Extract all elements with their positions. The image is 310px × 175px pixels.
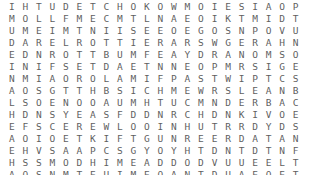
grid-cell[interactable]: I <box>127 85 141 97</box>
grid-cell[interactable]: A <box>5 85 19 97</box>
grid-cell[interactable]: R <box>208 49 222 61</box>
grid-cell[interactable]: O <box>32 97 46 109</box>
grid-cell[interactable]: S <box>221 25 235 37</box>
grid-cell[interactable]: O <box>289 49 303 61</box>
grid-cell[interactable]: E <box>289 109 303 121</box>
grid-cell[interactable]: R <box>73 37 87 49</box>
grid-cell[interactable]: E <box>181 13 195 25</box>
grid-cell[interactable]: T <box>127 13 141 25</box>
grid-cell[interactable]: T <box>86 61 100 73</box>
grid-cell[interactable]: D <box>167 157 181 169</box>
grid-cell[interactable]: I <box>113 25 127 37</box>
grid-cell[interactable]: N <box>235 25 249 37</box>
grid-cell[interactable]: O <box>19 169 33 175</box>
grid-cell[interactable]: O <box>208 25 222 37</box>
grid-cell[interactable]: N <box>5 73 19 85</box>
grid-cell[interactable]: N <box>32 109 46 121</box>
grid-cell[interactable]: T <box>32 1 46 13</box>
grid-cell[interactable]: R <box>248 37 262 49</box>
grid-cell[interactable]: E <box>73 109 87 121</box>
grid-cell[interactable]: E <box>181 85 195 97</box>
grid-cell[interactable]: S <box>32 157 46 169</box>
grid-cell[interactable]: W <box>100 121 114 133</box>
grid-cell[interactable]: N <box>86 25 100 37</box>
grid-cell[interactable]: E <box>32 25 46 37</box>
grid-cell[interactable]: O <box>194 13 208 25</box>
grid-cell[interactable]: G <box>140 133 154 145</box>
grid-cell[interactable]: T <box>113 37 127 49</box>
grid-cell[interactable]: D <box>208 145 222 157</box>
grid-cell[interactable]: H <box>113 1 127 13</box>
grid-cell[interactable]: E <box>5 121 19 133</box>
grid-cell[interactable]: O <box>59 73 73 85</box>
grid-cell[interactable]: O <box>140 121 154 133</box>
grid-cell[interactable]: G <box>194 25 208 37</box>
grid-cell[interactable]: A <box>262 37 276 49</box>
grid-cell[interactable]: N <box>32 49 46 61</box>
grid-cell[interactable]: G <box>46 85 60 97</box>
grid-cell[interactable]: D <box>140 109 154 121</box>
grid-cell[interactable]: T <box>289 169 303 175</box>
grid-cell[interactable]: N <box>289 133 303 145</box>
grid-cell[interactable]: T <box>73 85 87 97</box>
grid-cell[interactable]: P <box>248 25 262 37</box>
grid-cell[interactable]: R <box>154 37 168 49</box>
grid-cell[interactable]: A <box>140 157 154 169</box>
grid-cell[interactable]: F <box>154 73 168 85</box>
grid-cell[interactable]: N <box>221 109 235 121</box>
grid-cell[interactable]: G <box>127 145 141 157</box>
grid-cell[interactable]: H <box>5 157 19 169</box>
grid-cell[interactable]: E <box>248 85 262 97</box>
grid-cell[interactable]: E <box>140 37 154 49</box>
grid-cell[interactable]: D <box>5 37 19 49</box>
grid-cell[interactable]: T <box>73 49 87 61</box>
grid-cell[interactable]: E <box>140 169 154 175</box>
grid-cell[interactable]: U <box>221 157 235 169</box>
grid-cell[interactable]: Y <box>181 49 195 61</box>
grid-cell[interactable]: F <box>113 109 127 121</box>
grid-cell[interactable]: P <box>248 73 262 85</box>
grid-cell[interactable]: T <box>86 49 100 61</box>
grid-cell[interactable]: L <box>100 73 114 85</box>
grid-cell[interactable]: E <box>248 157 262 169</box>
grid-cell[interactable]: M <box>248 13 262 25</box>
grid-cell[interactable]: T <box>289 157 303 169</box>
grid-cell[interactable]: T <box>59 85 73 97</box>
grid-cell[interactable]: B <box>100 49 114 61</box>
grid-cell[interactable]: A <box>248 133 262 145</box>
grid-cell[interactable]: E <box>73 61 87 73</box>
grid-cell[interactable]: A <box>167 169 181 175</box>
grid-cell[interactable]: V <box>275 25 289 37</box>
grid-cell[interactable]: T <box>86 1 100 13</box>
grid-cell[interactable]: I <box>5 1 19 13</box>
grid-cell[interactable]: D <box>248 121 262 133</box>
grid-cell[interactable]: E <box>140 25 154 37</box>
grid-cell[interactable]: E <box>181 61 195 73</box>
grid-cell[interactable]: C <box>181 97 195 109</box>
grid-cell[interactable]: N <box>235 49 249 61</box>
grid-cell[interactable]: E <box>262 157 276 169</box>
grid-cell[interactable]: W <box>167 1 181 13</box>
grid-cell[interactable]: I <box>262 13 276 25</box>
grid-cell[interactable]: N <box>275 85 289 97</box>
grid-cell[interactable]: H <box>19 1 33 13</box>
grid-cell[interactable]: F <box>140 49 154 61</box>
grid-cell[interactable]: D <box>194 49 208 61</box>
grid-cell[interactable]: S <box>275 49 289 61</box>
grid-cell[interactable]: A <box>59 145 73 157</box>
grid-cell[interactable]: K <box>235 109 249 121</box>
grid-cell[interactable]: L <box>113 121 127 133</box>
grid-cell[interactable]: O <box>194 1 208 13</box>
grid-cell[interactable]: O <box>154 1 168 13</box>
grid-cell[interactable]: U <box>194 121 208 133</box>
grid-cell[interactable]: N <box>154 109 168 121</box>
grid-cell[interactable]: R <box>73 121 87 133</box>
grid-cell[interactable]: T <box>235 145 249 157</box>
grid-cell[interactable]: N <box>208 97 222 109</box>
grid-cell[interactable]: D <box>208 169 222 175</box>
grid-cell[interactable]: C <box>181 109 195 121</box>
grid-cell[interactable]: Y <box>167 145 181 157</box>
grid-cell[interactable]: D <box>127 109 141 121</box>
grid-cell[interactable]: N <box>181 169 195 175</box>
grid-cell[interactable]: I <box>208 13 222 25</box>
grid-cell[interactable]: A <box>167 37 181 49</box>
grid-cell[interactable]: B <box>289 85 303 97</box>
grid-cell[interactable]: T <box>73 25 87 37</box>
grid-cell[interactable]: R <box>46 49 60 61</box>
grid-cell[interactable]: E <box>235 97 249 109</box>
grid-cell[interactable]: L <box>32 13 46 25</box>
grid-cell[interactable]: T <box>262 73 276 85</box>
grid-cell[interactable]: H <box>86 157 100 169</box>
grid-cell[interactable]: E <box>46 97 60 109</box>
grid-cell[interactable]: E <box>154 25 168 37</box>
grid-cell[interactable]: M <box>127 97 141 109</box>
grid-cell[interactable]: I <box>100 25 114 37</box>
grid-cell[interactable]: I <box>32 61 46 73</box>
grid-cell[interactable]: O <box>262 169 276 175</box>
grid-cell[interactable]: S <box>100 109 114 121</box>
grid-cell[interactable]: H <box>154 85 168 97</box>
grid-cell[interactable]: D <box>19 49 33 61</box>
grid-cell[interactable]: E <box>221 1 235 13</box>
grid-cell[interactable]: I <box>235 73 249 85</box>
grid-cell[interactable]: S <box>46 109 60 121</box>
grid-cell[interactable]: A <box>5 169 19 175</box>
grid-cell[interactable]: Y <box>59 109 73 121</box>
grid-cell[interactable]: T <box>73 169 87 175</box>
grid-cell[interactable]: I <box>113 169 127 175</box>
grid-cell[interactable]: O <box>154 145 168 157</box>
grid-cell[interactable]: M <box>19 73 33 85</box>
grid-cell[interactable]: S <box>113 145 127 157</box>
grid-cell[interactable]: M <box>262 49 276 61</box>
grid-cell[interactable]: K <box>140 1 154 13</box>
grid-cell[interactable]: S <box>289 73 303 85</box>
grid-cell[interactable]: S <box>235 1 249 13</box>
grid-cell[interactable]: M <box>19 25 33 37</box>
grid-cell[interactable]: E <box>235 37 249 49</box>
grid-cell[interactable]: N <box>19 61 33 73</box>
grid-cell[interactable]: P <box>167 73 181 85</box>
grid-cell[interactable]: A <box>46 73 60 85</box>
grid-cell[interactable]: O <box>262 25 276 37</box>
grid-cell[interactable]: O <box>19 85 33 97</box>
grid-cell[interactable]: U <box>113 49 127 61</box>
grid-cell[interactable]: U <box>235 157 249 169</box>
grid-cell[interactable]: A <box>86 109 100 121</box>
grid-cell[interactable]: N <box>59 97 73 109</box>
grid-cell[interactable]: R <box>235 121 249 133</box>
grid-cell[interactable]: T <box>235 13 249 25</box>
grid-cell[interactable]: I <box>100 133 114 145</box>
grid-cell[interactable]: Y <box>262 121 276 133</box>
grid-cell[interactable]: D <box>154 157 168 169</box>
grid-cell[interactable]: C <box>100 1 114 13</box>
grid-cell[interactable]: L <box>235 85 249 97</box>
grid-cell[interactable]: F <box>113 133 127 145</box>
grid-cell[interactable]: D <box>275 13 289 25</box>
grid-cell[interactable]: O <box>46 133 60 145</box>
grid-cell[interactable]: O <box>181 157 195 169</box>
grid-cell[interactable]: A <box>167 49 181 61</box>
grid-cell[interactable]: W <box>208 37 222 49</box>
grid-cell[interactable]: M <box>73 13 87 25</box>
grid-cell[interactable]: E <box>86 121 100 133</box>
grid-cell[interactable]: E <box>5 49 19 61</box>
grid-cell[interactable]: O <box>248 49 262 61</box>
grid-cell[interactable]: U <box>100 169 114 175</box>
grid-cell[interactable]: O <box>19 133 33 145</box>
grid-cell[interactable]: H <box>5 109 19 121</box>
grid-cell[interactable]: S <box>32 121 46 133</box>
grid-cell[interactable]: T <box>208 121 222 133</box>
grid-cell[interactable]: I <box>32 73 46 85</box>
grid-cell[interactable]: T <box>289 13 303 25</box>
grid-cell[interactable]: A <box>221 49 235 61</box>
grid-cell[interactable]: S <box>289 121 303 133</box>
grid-cell[interactable]: D <box>235 133 249 145</box>
grid-cell[interactable]: A <box>113 61 127 73</box>
grid-cell[interactable]: N <box>154 13 168 25</box>
grid-cell[interactable]: R <box>235 61 249 73</box>
grid-cell[interactable]: E <box>275 169 289 175</box>
grid-cell[interactable]: L <box>275 157 289 169</box>
grid-cell[interactable]: V <box>208 157 222 169</box>
grid-cell[interactable]: H <box>19 145 33 157</box>
grid-cell[interactable]: O <box>194 61 208 73</box>
grid-cell[interactable]: O <box>86 37 100 49</box>
grid-cell[interactable]: I <box>248 1 262 13</box>
grid-cell[interactable]: S <box>113 85 127 97</box>
grid-cell[interactable]: M <box>181 1 195 13</box>
grid-cell[interactable]: U <box>154 133 168 145</box>
grid-cell[interactable]: A <box>275 97 289 109</box>
grid-cell[interactable]: O <box>59 49 73 61</box>
grid-cell[interactable]: E <box>289 61 303 73</box>
grid-cell[interactable]: S <box>194 73 208 85</box>
grid-cell[interactable]: M <box>113 13 127 25</box>
grid-cell[interactable]: A <box>19 37 33 49</box>
grid-cell[interactable]: N <box>167 61 181 73</box>
grid-cell[interactable]: P <box>289 1 303 13</box>
grid-cell[interactable]: R <box>181 133 195 145</box>
grid-cell[interactable]: O <box>275 109 289 121</box>
grid-cell[interactable]: O <box>86 73 100 85</box>
grid-cell[interactable]: F <box>289 145 303 157</box>
grid-cell[interactable]: F <box>46 61 60 73</box>
grid-cell[interactable]: I <box>32 133 46 145</box>
grid-cell[interactable]: T <box>154 97 168 109</box>
grid-cell[interactable]: U <box>289 25 303 37</box>
grid-cell[interactable]: C <box>100 145 114 157</box>
grid-cell[interactable]: U <box>113 97 127 109</box>
grid-cell[interactable]: A <box>262 85 276 97</box>
grid-cell[interactable]: S <box>19 97 33 109</box>
grid-cell[interactable]: E <box>86 13 100 25</box>
grid-cell[interactable]: C <box>100 13 114 25</box>
grid-cell[interactable]: A <box>73 145 87 157</box>
grid-cell[interactable]: S <box>59 61 73 73</box>
grid-cell[interactable]: E <box>208 133 222 145</box>
grid-cell[interactable]: T <box>73 133 87 145</box>
grid-cell[interactable]: C <box>275 73 289 85</box>
grid-cell[interactable]: E <box>154 49 168 61</box>
grid-cell[interactable]: R <box>221 121 235 133</box>
grid-cell[interactable]: H <box>181 145 195 157</box>
grid-cell[interactable]: L <box>5 97 19 109</box>
grid-cell[interactable]: B <box>262 97 276 109</box>
grid-cell[interactable]: S <box>32 85 46 97</box>
grid-cell[interactable]: T <box>194 169 208 175</box>
grid-cell[interactable]: I <box>208 1 222 13</box>
grid-cell[interactable]: H <box>194 109 208 121</box>
grid-cell[interactable]: D <box>221 97 235 109</box>
grid-cell[interactable]: D <box>208 109 222 121</box>
grid-cell[interactable]: L <box>140 13 154 25</box>
grid-cell[interactable]: S <box>248 61 262 73</box>
grid-cell[interactable]: H <box>275 37 289 49</box>
grid-cell[interactable]: O <box>275 1 289 13</box>
grid-cell[interactable]: K <box>221 13 235 25</box>
grid-cell[interactable]: S <box>127 25 141 37</box>
grid-cell[interactable]: I <box>5 61 19 73</box>
grid-cell[interactable]: D <box>275 121 289 133</box>
grid-cell[interactable]: E <box>46 37 60 49</box>
grid-cell[interactable]: P <box>208 61 222 73</box>
grid-cell[interactable]: E <box>59 121 73 133</box>
grid-cell[interactable]: B <box>100 85 114 97</box>
grid-cell[interactable]: F <box>19 121 33 133</box>
grid-cell[interactable]: R <box>181 37 195 49</box>
grid-cell[interactable]: S <box>19 157 33 169</box>
grid-cell[interactable]: M <box>113 157 127 169</box>
grid-cell[interactable]: N <box>289 37 303 49</box>
grid-cell[interactable]: R <box>208 85 222 97</box>
grid-cell[interactable]: I <box>248 109 262 121</box>
grid-cell[interactable]: M <box>59 169 73 175</box>
grid-cell[interactable]: M <box>127 49 141 61</box>
grid-cell[interactable]: E <box>73 1 87 13</box>
grid-cell[interactable]: O <box>127 1 141 13</box>
grid-cell[interactable]: U <box>5 25 19 37</box>
grid-cell[interactable]: M <box>167 85 181 97</box>
grid-cell[interactable]: N <box>275 145 289 157</box>
grid-cell[interactable]: E <box>194 133 208 145</box>
grid-cell[interactable]: S <box>32 169 46 175</box>
grid-cell[interactable]: M <box>46 157 60 169</box>
grid-cell[interactable]: I <box>140 73 154 85</box>
grid-cell[interactable]: C <box>46 121 60 133</box>
grid-cell[interactable]: L <box>59 37 73 49</box>
grid-cell[interactable]: O <box>73 97 87 109</box>
grid-cell[interactable]: E <box>181 25 195 37</box>
grid-cell[interactable]: E <box>86 169 100 175</box>
grid-cell[interactable]: V <box>262 109 276 121</box>
grid-cell[interactable]: T <box>194 145 208 157</box>
grid-cell[interactable]: T <box>100 37 114 49</box>
grid-cell[interactable]: L <box>46 13 60 25</box>
grid-cell[interactable]: E <box>248 169 262 175</box>
grid-cell[interactable]: O <box>127 121 141 133</box>
grid-cell[interactable]: D <box>59 1 73 13</box>
grid-cell[interactable]: T <box>208 73 222 85</box>
grid-cell[interactable]: D <box>19 109 33 121</box>
grid-cell[interactable]: S <box>194 37 208 49</box>
grid-cell[interactable]: G <box>275 61 289 73</box>
grid-cell[interactable]: D <box>194 157 208 169</box>
grid-cell[interactable]: E <box>59 133 73 145</box>
grid-cell[interactable]: N <box>167 133 181 145</box>
grid-cell[interactable]: O <box>167 25 181 37</box>
grid-cell[interactable]: M <box>127 73 141 85</box>
grid-cell[interactable]: N <box>221 145 235 157</box>
grid-cell[interactable]: C <box>289 97 303 109</box>
grid-cell[interactable]: O <box>154 169 168 175</box>
grid-cell[interactable]: I <box>262 61 276 73</box>
grid-cell[interactable]: M <box>59 25 73 37</box>
grid-cell[interactable]: N <box>154 61 168 73</box>
grid-cell[interactable]: A <box>235 169 249 175</box>
grid-cell[interactable]: M <box>194 97 208 109</box>
grid-cell[interactable]: U <box>167 97 181 109</box>
grid-cell[interactable]: A <box>275 133 289 145</box>
grid-cell[interactable]: R <box>248 97 262 109</box>
grid-cell[interactable]: M <box>5 13 19 25</box>
grid-cell[interactable]: H <box>86 85 100 97</box>
grid-cell[interactable]: U <box>221 169 235 175</box>
grid-cell[interactable]: R <box>167 109 181 121</box>
grid-cell[interactable]: T <box>262 133 276 145</box>
grid-cell[interactable]: T <box>262 145 276 157</box>
grid-cell[interactable]: M <box>127 169 141 175</box>
grid-cell[interactable]: A <box>5 133 19 145</box>
grid-cell[interactable]: E <box>127 61 141 73</box>
grid-cell[interactable]: R <box>73 73 87 85</box>
grid-cell[interactable]: A <box>100 97 114 109</box>
grid-cell[interactable]: H <box>140 97 154 109</box>
grid-cell[interactable]: E <box>5 145 19 157</box>
grid-cell[interactable]: A <box>113 73 127 85</box>
grid-cell[interactable]: F <box>59 13 73 25</box>
grid-cell[interactable]: C <box>140 85 154 97</box>
grid-cell[interactable]: R <box>32 37 46 49</box>
grid-cell[interactable]: I <box>46 25 60 37</box>
